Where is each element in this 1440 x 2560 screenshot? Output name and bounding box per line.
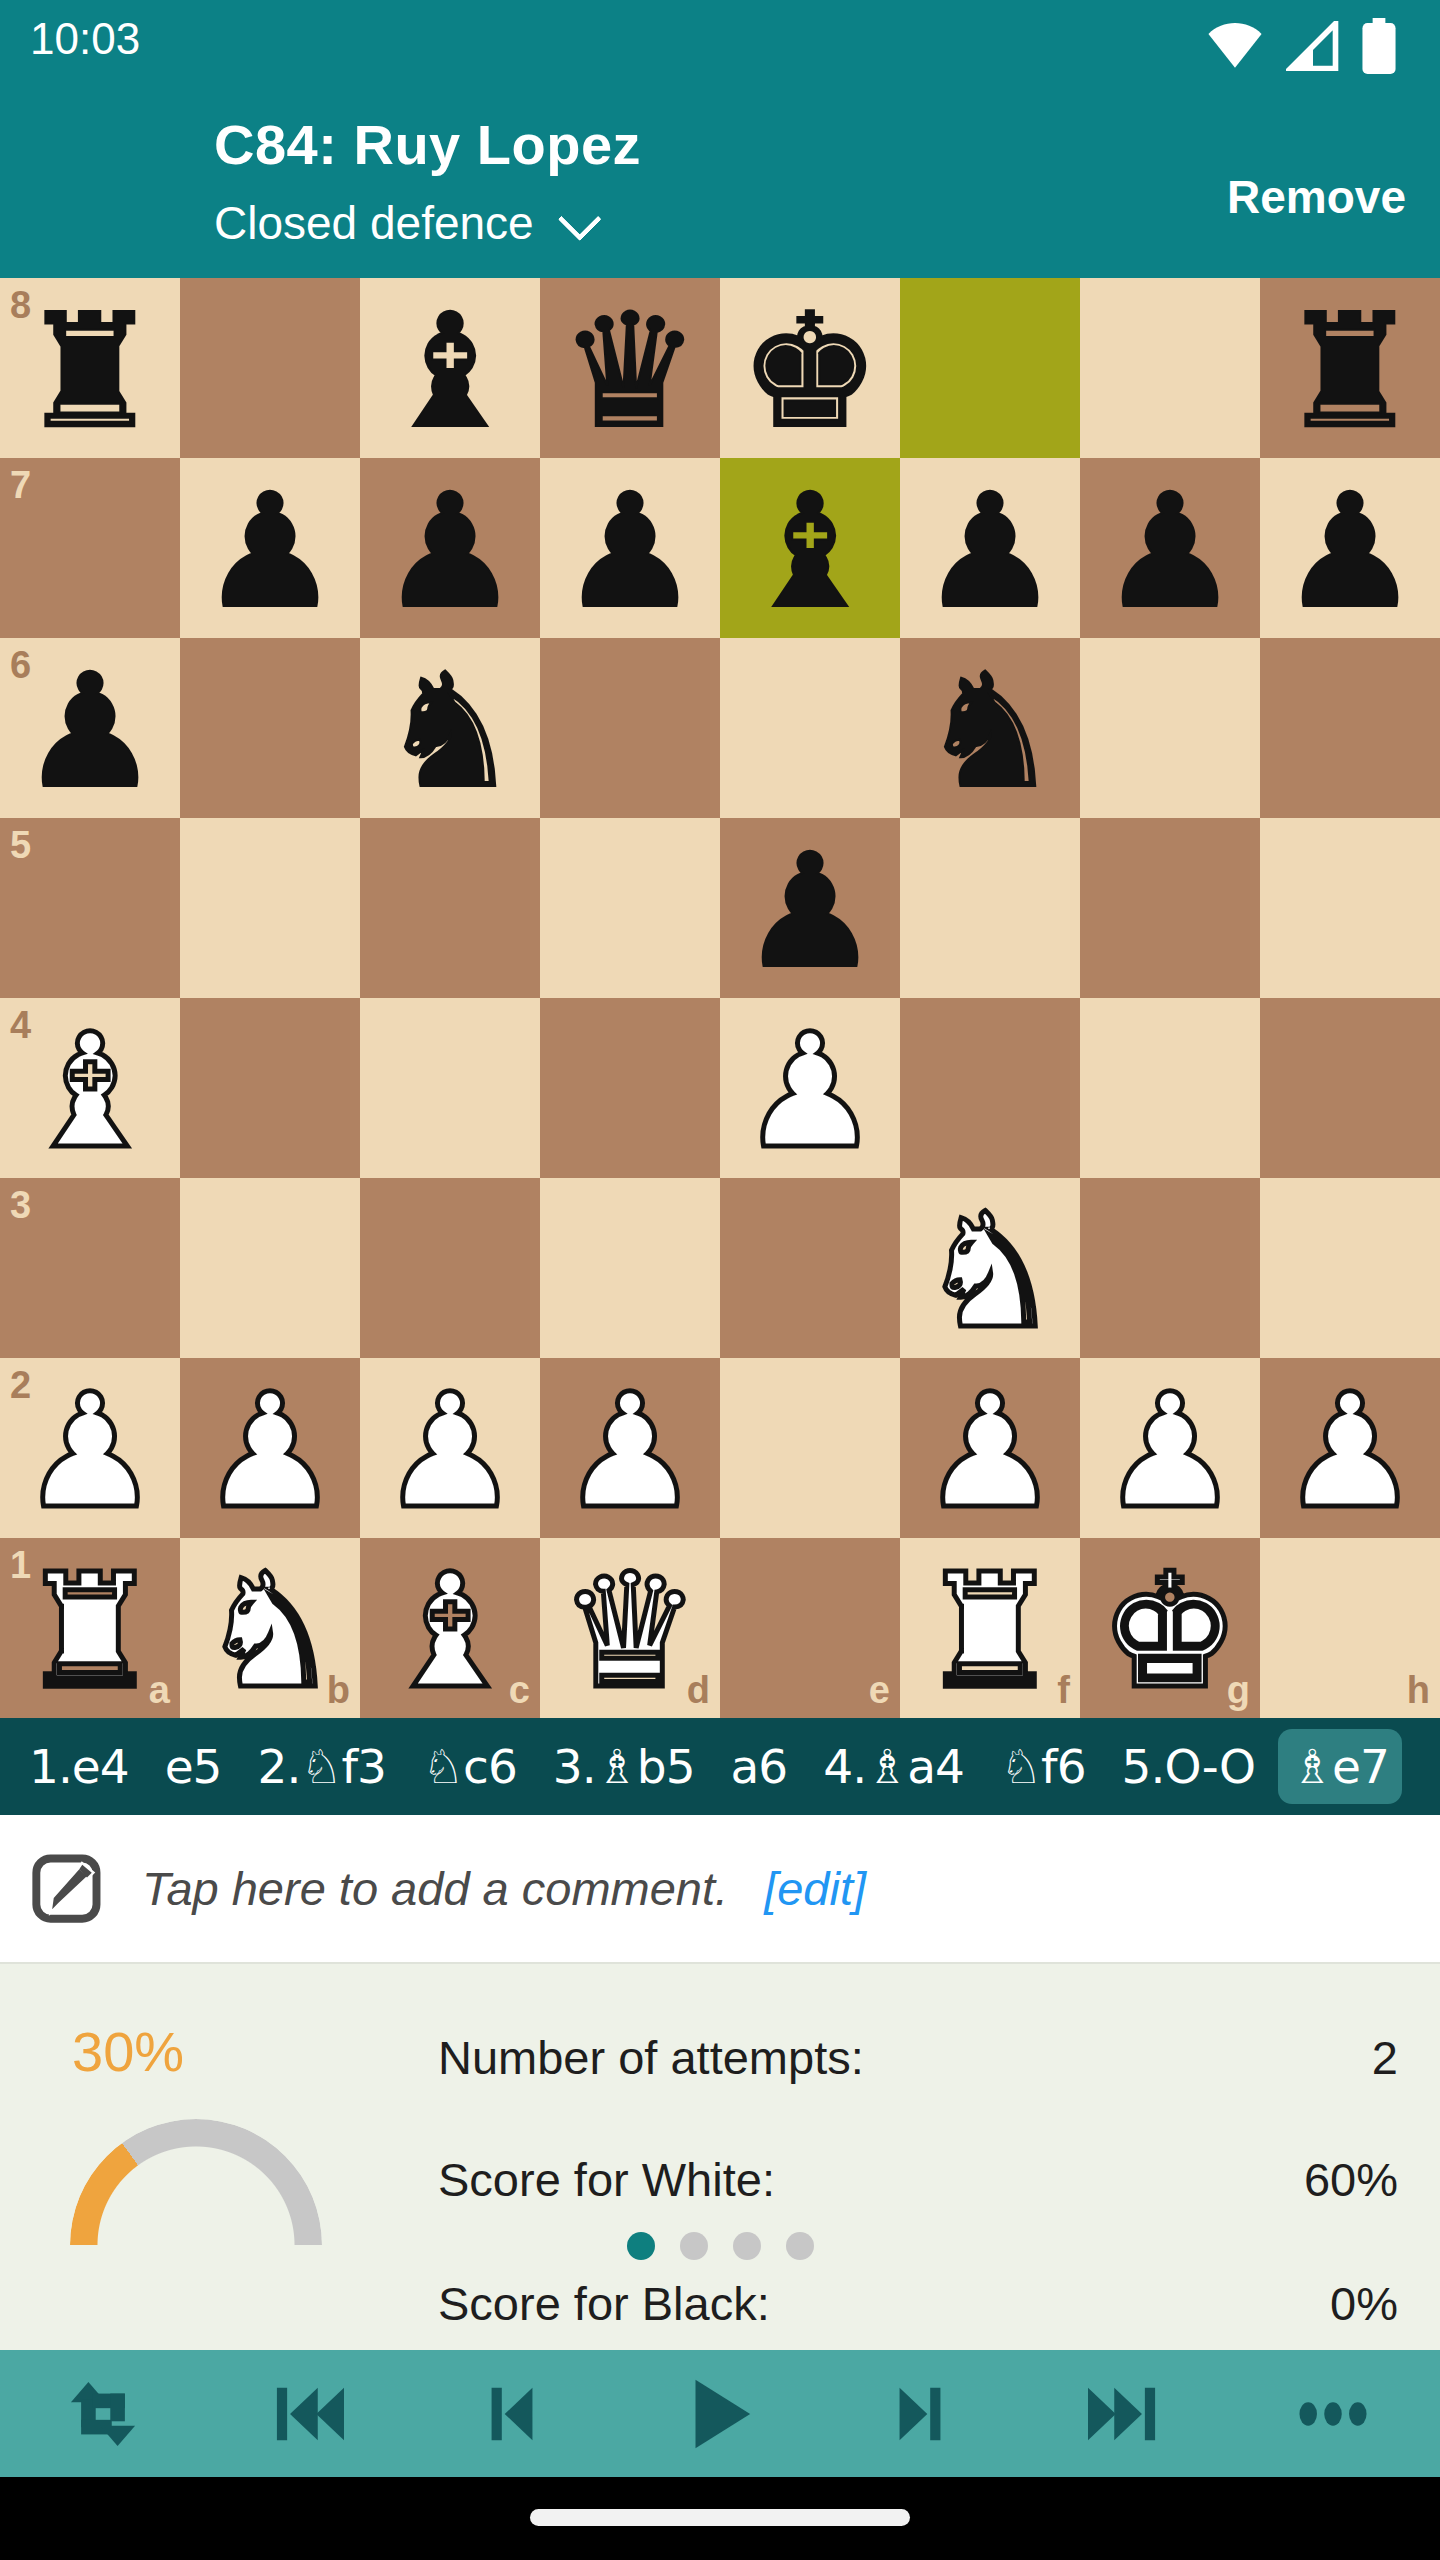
square-b6[interactable]	[180, 638, 360, 818]
square-h3[interactable]	[1260, 1178, 1440, 1358]
wifi-icon	[1206, 21, 1264, 71]
square-h5[interactable]	[1260, 818, 1440, 998]
app-bar: 10:03 C84: Ruy Lopez Closed defence Remo…	[0, 0, 1440, 278]
square-b1[interactable]: b♞	[180, 1538, 360, 1718]
repeat-button[interactable]	[68, 2379, 138, 2449]
square-a1[interactable]: 1a♜	[0, 1538, 180, 1718]
square-f5[interactable]	[900, 818, 1080, 998]
skip-to-start-button[interactable]	[268, 2379, 350, 2449]
black-pawn-f7: ♟	[900, 458, 1080, 638]
square-c8[interactable]: ♝	[360, 278, 540, 458]
rank-label-7: 7	[10, 464, 31, 507]
square-e8[interactable]: ♚	[720, 278, 900, 458]
edit-link[interactable]: [edit]	[764, 1861, 866, 1916]
square-h2[interactable]: ♟	[1260, 1358, 1440, 1538]
gauge-arc	[70, 2119, 322, 2245]
move-token-7[interactable]: ♘f6	[987, 1729, 1099, 1804]
move-token-2[interactable]: 2.♘f3	[245, 1729, 399, 1804]
white-knight-b1: ♞	[180, 1538, 360, 1718]
square-d1[interactable]: d♛	[540, 1538, 720, 1718]
square-d4[interactable]	[540, 998, 720, 1178]
square-e7[interactable]: ♝	[720, 458, 900, 638]
comment-row[interactable]: Tap here to add a comment. [edit]	[0, 1815, 1440, 1962]
pager-dots[interactable]	[0, 2232, 1440, 2260]
stat-label: Number of attempts:	[438, 2030, 864, 2085]
signal-icon	[1286, 21, 1340, 71]
status-icons	[1206, 18, 1396, 74]
file-label-h: h	[1407, 1669, 1430, 1712]
square-h4[interactable]	[1260, 998, 1440, 1178]
white-pawn-d2: ♟	[540, 1358, 720, 1538]
variation-dropdown[interactable]: Closed defence	[214, 196, 591, 250]
square-c6[interactable]: ♞	[360, 638, 540, 818]
white-bishop-a4: ♝	[0, 998, 180, 1178]
black-pawn-h7: ♟	[1260, 458, 1440, 638]
remove-button[interactable]: Remove	[1217, 160, 1416, 234]
square-f7[interactable]: ♟	[900, 458, 1080, 638]
square-f3[interactable]: ♞	[900, 1178, 1080, 1358]
square-h6[interactable]	[1260, 638, 1440, 818]
black-pawn-g7: ♟	[1080, 458, 1260, 638]
square-d8[interactable]: ♛	[540, 278, 720, 458]
black-knight-f6: ♞	[900, 638, 1080, 818]
square-e6[interactable]	[720, 638, 900, 818]
gauge-percent: 30%	[72, 2019, 184, 2084]
square-b5[interactable]	[180, 818, 360, 998]
stat-label: Score for White:	[438, 2152, 775, 2207]
square-f6[interactable]: ♞	[900, 638, 1080, 818]
black-knight-c6: ♞	[360, 638, 540, 818]
white-pawn-c2: ♟	[360, 1358, 540, 1538]
square-a3[interactable]: 3	[0, 1178, 180, 1358]
stat-row-score-black: Score for Black: 0%	[438, 2276, 1398, 2331]
black-pawn-d7: ♟	[540, 458, 720, 638]
chevron-down-icon	[557, 197, 601, 241]
move-token-1[interactable]: e5	[152, 1729, 235, 1804]
square-h8[interactable]: ♜	[1260, 278, 1440, 458]
rank-label-5: 5	[10, 824, 31, 867]
square-f8[interactable]	[900, 278, 1080, 458]
square-a2[interactable]: 2♟	[0, 1358, 180, 1538]
square-f4[interactable]	[900, 998, 1080, 1178]
square-g7[interactable]: ♟	[1080, 458, 1260, 638]
pager-dot-3[interactable]	[786, 2232, 814, 2260]
move-token-0[interactable]: 1.e4	[16, 1729, 142, 1804]
next-move-button[interactable]	[887, 2379, 953, 2449]
white-pawn-a2: ♟	[0, 1358, 180, 1538]
square-d6[interactable]	[540, 638, 720, 818]
square-b2[interactable]: ♟	[180, 1358, 360, 1538]
move-token-5[interactable]: a6	[718, 1729, 801, 1804]
white-pawn-f2: ♟	[900, 1358, 1080, 1538]
stats-panel: 30% Number of attempts: 2 Score for Whit…	[0, 1962, 1440, 2350]
white-queen-d1: ♛	[540, 1538, 720, 1718]
stat-row-attempts: Number of attempts: 2	[438, 2030, 1398, 2085]
black-bishop-e7: ♝	[720, 458, 900, 638]
square-e2[interactable]	[720, 1358, 900, 1538]
page-title: C84: Ruy Lopez	[214, 112, 641, 177]
square-b3[interactable]	[180, 1178, 360, 1358]
home-pill[interactable]	[530, 2509, 910, 2526]
square-f1[interactable]: f♜	[900, 1538, 1080, 1718]
square-a4[interactable]: 4♝	[0, 998, 180, 1178]
rank-label-3: 3	[10, 1184, 31, 1227]
white-pawn-g2: ♟	[1080, 1358, 1260, 1538]
square-a6[interactable]: 6♟	[0, 638, 180, 818]
comment-placeholder: Tap here to add a comment.	[142, 1861, 728, 1916]
white-pawn-e4: ♟	[720, 998, 900, 1178]
black-rook-a8: ♜	[0, 278, 180, 458]
square-g3[interactable]	[1080, 1178, 1260, 1358]
square-a5[interactable]: 5	[0, 818, 180, 998]
square-g5[interactable]	[1080, 818, 1260, 998]
square-g8[interactable]	[1080, 278, 1260, 458]
file-label-e: e	[869, 1669, 890, 1712]
square-g6[interactable]	[1080, 638, 1260, 818]
move-token-6[interactable]: 4.♗a4	[810, 1729, 977, 1804]
black-pawn-b7: ♟	[180, 458, 360, 638]
square-c4[interactable]	[360, 998, 540, 1178]
variation-label: Closed defence	[214, 196, 534, 250]
black-king-e8: ♚	[720, 278, 900, 458]
pager-dot-1[interactable]	[680, 2232, 708, 2260]
white-pawn-b2: ♟	[180, 1358, 360, 1538]
stat-row-score-white: Score for White: 60%	[438, 2152, 1398, 2207]
gesture-nav-bar	[0, 2477, 1440, 2560]
white-rook-f1: ♜	[900, 1538, 1080, 1718]
pager-dot-0[interactable]	[627, 2232, 655, 2260]
square-h1[interactable]: h	[1260, 1538, 1440, 1718]
square-b4[interactable]	[180, 998, 360, 1178]
square-e4[interactable]: ♟	[720, 998, 900, 1178]
score-gauge	[70, 2119, 322, 2245]
square-e1[interactable]: e	[720, 1538, 900, 1718]
square-d5[interactable]	[540, 818, 720, 998]
move-token-3[interactable]: ♘c6	[409, 1729, 530, 1804]
square-e5[interactable]: ♟	[720, 818, 900, 998]
square-c3[interactable]	[360, 1178, 540, 1358]
square-c7[interactable]: ♟	[360, 458, 540, 638]
square-c5[interactable]	[360, 818, 540, 998]
previous-move-button[interactable]	[479, 2379, 545, 2449]
battery-icon	[1362, 18, 1396, 74]
square-h7[interactable]: ♟	[1260, 458, 1440, 638]
square-g2[interactable]: ♟	[1080, 1358, 1260, 1538]
more-options-button[interactable]	[1294, 2379, 1372, 2449]
stat-value: 2	[1372, 2030, 1398, 2085]
stat-label: Score for Black:	[438, 2276, 770, 2331]
square-c1[interactable]: c♝	[360, 1538, 540, 1718]
square-d2[interactable]: ♟	[540, 1358, 720, 1538]
white-bishop-c1: ♝	[360, 1538, 540, 1718]
skip-to-end-button[interactable]	[1082, 2379, 1164, 2449]
white-king-g1: ♚	[1080, 1538, 1260, 1718]
stat-value: 60%	[1304, 2152, 1398, 2207]
playback-toolbar	[0, 2350, 1440, 2477]
black-bishop-c8: ♝	[360, 278, 540, 458]
black-pawn-c7: ♟	[360, 458, 540, 638]
square-g4[interactable]	[1080, 998, 1260, 1178]
stat-value: 0%	[1330, 2276, 1398, 2331]
pager-dot-2[interactable]	[733, 2232, 761, 2260]
move-list: 1.e4e52.♘f3♘c63.♗b5a64.♗a4♘f65.O-O♗e7	[0, 1718, 1440, 1815]
play-button[interactable]	[675, 2373, 757, 2455]
square-a7[interactable]: 7	[0, 458, 180, 638]
square-b7[interactable]: ♟	[180, 458, 360, 638]
black-pawn-e5: ♟	[720, 818, 900, 998]
square-c2[interactable]: ♟	[360, 1358, 540, 1538]
square-d7[interactable]: ♟	[540, 458, 720, 638]
white-rook-a1: ♜	[0, 1538, 180, 1718]
black-rook-h8: ♜	[1260, 278, 1440, 458]
move-token-9[interactable]: ♗e7	[1278, 1729, 1402, 1804]
move-token-8[interactable]: 5.O-O	[1109, 1729, 1268, 1804]
square-e3[interactable]	[720, 1178, 900, 1358]
square-b8[interactable]	[180, 278, 360, 458]
square-a8[interactable]: 8♜	[0, 278, 180, 458]
white-pawn-h2: ♟	[1260, 1358, 1440, 1538]
status-time: 10:03	[30, 14, 140, 64]
square-d3[interactable]	[540, 1178, 720, 1358]
black-pawn-a6: ♟	[0, 638, 180, 818]
edit-note-icon	[30, 1849, 106, 1929]
square-g1[interactable]: g♚	[1080, 1538, 1260, 1718]
chess-board: 8♜♝♛♚♜7♟♟♟♝♟♟♟6♟♞♞5♟4♝♟3♞2♟♟♟♟♟♟♟1a♜b♞c♝…	[0, 278, 1440, 1718]
square-f2[interactable]: ♟	[900, 1358, 1080, 1538]
black-queen-d8: ♛	[540, 278, 720, 458]
white-knight-f3: ♞	[900, 1178, 1080, 1358]
move-token-4[interactable]: 3.♗b5	[540, 1729, 708, 1804]
